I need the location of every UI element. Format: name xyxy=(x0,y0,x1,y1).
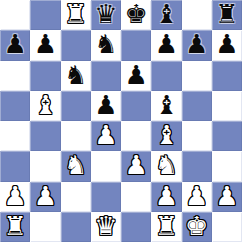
square-b1[interactable] xyxy=(30,212,60,242)
square-f6[interactable] xyxy=(151,61,181,91)
square-h2[interactable]: ♟ xyxy=(212,182,242,212)
chess-board: ♜♛♚♝♜♟♟♞♟♟♟♞♟♝♟♝♟♝♞♟♞♟♟♟♟♟♜♛♜♚ xyxy=(0,0,242,242)
square-h1[interactable] xyxy=(212,212,242,242)
square-f1[interactable]: ♜ xyxy=(151,212,181,242)
black-knight-icon[interactable]: ♞ xyxy=(64,62,87,88)
square-f7[interactable]: ♟ xyxy=(151,30,181,60)
square-c2[interactable] xyxy=(61,182,91,212)
square-b4[interactable] xyxy=(30,121,60,151)
square-d1[interactable]: ♛ xyxy=(91,212,121,242)
black-pawn-icon[interactable]: ♟ xyxy=(155,31,178,57)
chess-board-window: ♜♛♚♝♜♟♟♞♟♟♟♞♟♝♟♝♟♝♞♟♞♟♟♟♟♟♜♛♜♚ xyxy=(0,0,242,242)
square-b6[interactable] xyxy=(30,61,60,91)
square-g1[interactable]: ♚ xyxy=(182,212,212,242)
square-f8[interactable]: ♝ xyxy=(151,0,181,30)
square-f5[interactable]: ♝ xyxy=(151,91,181,121)
black-knight-icon[interactable]: ♞ xyxy=(94,31,117,57)
square-e4[interactable] xyxy=(121,121,151,151)
black-pawn-icon[interactable]: ♟ xyxy=(34,31,57,57)
black-pawn-icon[interactable]: ♟ xyxy=(124,62,147,88)
square-e5[interactable] xyxy=(121,91,151,121)
square-b8[interactable] xyxy=(30,0,60,30)
square-e8[interactable]: ♚ xyxy=(121,0,151,30)
white-knight-icon[interactable]: ♞ xyxy=(64,152,87,178)
square-h5[interactable] xyxy=(212,91,242,121)
square-e1[interactable] xyxy=(121,212,151,242)
square-d5[interactable]: ♟ xyxy=(91,91,121,121)
square-a4[interactable] xyxy=(0,121,30,151)
black-pawn-icon[interactable]: ♟ xyxy=(215,31,238,57)
square-g5[interactable] xyxy=(182,91,212,121)
black-king-icon[interactable]: ♚ xyxy=(124,1,147,27)
square-e6[interactable]: ♟ xyxy=(121,61,151,91)
black-pawn-icon[interactable]: ♟ xyxy=(94,92,117,118)
white-pawn-icon[interactable]: ♟ xyxy=(155,183,178,209)
square-b3[interactable] xyxy=(30,151,60,181)
square-g7[interactable]: ♟ xyxy=(182,30,212,60)
square-d6[interactable] xyxy=(91,61,121,91)
white-pawn-icon[interactable]: ♟ xyxy=(3,183,26,209)
square-a3[interactable] xyxy=(0,151,30,181)
white-rook-icon[interactable]: ♜ xyxy=(155,213,178,239)
white-pawn-icon[interactable]: ♟ xyxy=(215,183,238,209)
square-c5[interactable] xyxy=(61,91,91,121)
square-h8[interactable]: ♜ xyxy=(212,0,242,30)
square-a8[interactable] xyxy=(0,0,30,30)
white-pawn-icon[interactable]: ♟ xyxy=(185,183,208,209)
square-d8[interactable]: ♛ xyxy=(91,0,121,30)
white-king-icon[interactable]: ♚ xyxy=(185,213,208,239)
square-d4[interactable]: ♟ xyxy=(91,121,121,151)
square-g6[interactable] xyxy=(182,61,212,91)
square-a6[interactable] xyxy=(0,61,30,91)
square-e2[interactable] xyxy=(121,182,151,212)
square-g3[interactable] xyxy=(182,151,212,181)
square-h6[interactable] xyxy=(212,61,242,91)
square-a5[interactable] xyxy=(0,91,30,121)
white-queen-icon[interactable]: ♛ xyxy=(94,213,117,239)
square-b7[interactable]: ♟ xyxy=(30,30,60,60)
square-e7[interactable] xyxy=(121,30,151,60)
square-g4[interactable] xyxy=(182,121,212,151)
white-pawn-icon[interactable]: ♟ xyxy=(124,152,147,178)
square-c8[interactable]: ♜ xyxy=(61,0,91,30)
square-a2[interactable]: ♟ xyxy=(0,182,30,212)
square-h4[interactable] xyxy=(212,121,242,151)
white-bishop-icon[interactable]: ♝ xyxy=(155,122,178,148)
square-b5[interactable]: ♝ xyxy=(30,91,60,121)
square-c1[interactable] xyxy=(61,212,91,242)
square-f4[interactable]: ♝ xyxy=(151,121,181,151)
square-a7[interactable]: ♟ xyxy=(0,30,30,60)
square-c3[interactable]: ♞ xyxy=(61,151,91,181)
white-knight-icon[interactable]: ♞ xyxy=(155,152,178,178)
square-f2[interactable]: ♟ xyxy=(151,182,181,212)
square-d2[interactable] xyxy=(91,182,121,212)
square-g8[interactable] xyxy=(182,0,212,30)
white-rook-icon[interactable]: ♜ xyxy=(3,213,26,239)
black-bishop-icon[interactable]: ♝ xyxy=(155,92,178,118)
black-queen-icon[interactable]: ♛ xyxy=(94,1,117,27)
white-bishop-icon[interactable]: ♝ xyxy=(34,92,57,118)
square-h7[interactable]: ♟ xyxy=(212,30,242,60)
black-pawn-icon[interactable]: ♟ xyxy=(185,31,208,57)
square-c4[interactable] xyxy=(61,121,91,151)
square-a1[interactable]: ♜ xyxy=(0,212,30,242)
white-rook-icon[interactable]: ♜ xyxy=(64,1,87,27)
white-pawn-icon[interactable]: ♟ xyxy=(34,183,57,209)
square-h3[interactable] xyxy=(212,151,242,181)
square-g2[interactable]: ♟ xyxy=(182,182,212,212)
black-rook-icon[interactable]: ♜ xyxy=(215,1,238,27)
white-pawn-icon[interactable]: ♟ xyxy=(94,122,117,148)
square-b2[interactable]: ♟ xyxy=(30,182,60,212)
square-c6[interactable]: ♞ xyxy=(61,61,91,91)
square-d7[interactable]: ♞ xyxy=(91,30,121,60)
black-pawn-icon[interactable]: ♟ xyxy=(3,31,26,57)
square-e3[interactable]: ♟ xyxy=(121,151,151,181)
black-bishop-icon[interactable]: ♝ xyxy=(155,1,178,27)
square-d3[interactable] xyxy=(91,151,121,181)
square-c7[interactable] xyxy=(61,30,91,60)
square-f3[interactable]: ♞ xyxy=(151,151,181,181)
